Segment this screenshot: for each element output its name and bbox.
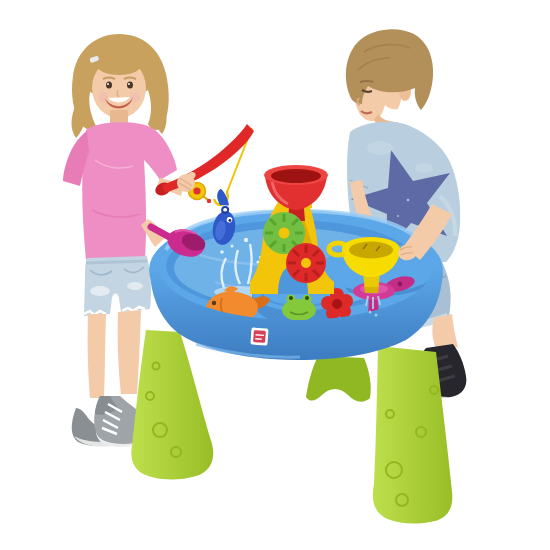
brand-logo-badge: [250, 327, 268, 345]
girl-eye-right: [127, 81, 133, 88]
girl-leg-right: [118, 310, 141, 394]
girl-leg-left: [88, 314, 106, 398]
product-photo: [0, 0, 550, 550]
girl-neck: [110, 110, 128, 124]
girl-eye-left: [106, 81, 112, 88]
red-waterwheel: [286, 243, 326, 283]
